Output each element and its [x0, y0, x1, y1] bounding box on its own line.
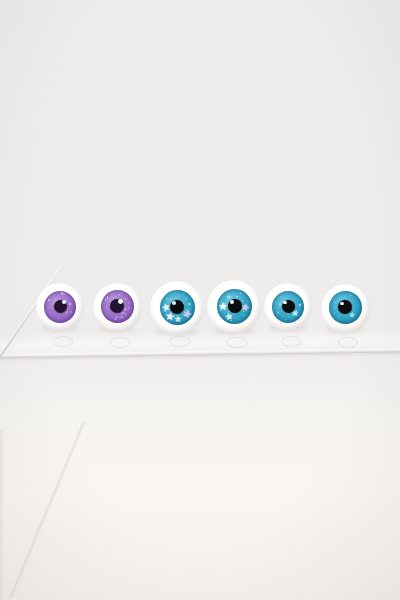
glitter-dot	[288, 316, 290, 318]
glitter-dot	[280, 296, 282, 298]
glitter-dot	[128, 307, 130, 309]
pupil-highlight	[230, 300, 234, 304]
glitter-dot	[125, 313, 126, 314]
glitter-dot	[240, 293, 241, 294]
glitter-dot	[350, 294, 352, 296]
glitter-dot	[188, 303, 190, 305]
eye-iris	[101, 290, 134, 323]
glitter-dot	[243, 314, 245, 316]
eye-iris: ★	[272, 291, 304, 323]
glitter-dot	[183, 294, 184, 295]
glitter-dot	[277, 311, 279, 313]
glitter-dot	[339, 316, 340, 317]
glitter-dot	[69, 303, 71, 305]
eye-iris: ★★★★	[217, 289, 252, 324]
eye-reflection	[53, 336, 73, 347]
glitter-dot	[290, 295, 291, 296]
glitter-dot	[335, 302, 336, 303]
glitter-dot	[238, 317, 239, 318]
glitter-dot	[285, 319, 286, 320]
glitter-dot	[48, 299, 50, 301]
star-sequin: ★	[223, 311, 234, 323]
eye-reflection	[338, 337, 359, 348]
glitter-dot	[54, 294, 55, 295]
glitter-dot	[279, 303, 281, 305]
doll-eye-4: ★★★★	[207, 280, 261, 334]
pupil-highlight	[118, 299, 123, 304]
glitter-dot	[291, 318, 292, 319]
glitter-dot	[122, 312, 124, 314]
glitter-dot	[63, 293, 65, 295]
glitter-dot	[172, 298, 173, 299]
doll-eye-6: ★	[321, 284, 370, 333]
glitter-dot	[236, 296, 238, 298]
doll-eye-5: ★	[264, 283, 312, 331]
glitter-dot	[354, 310, 355, 311]
glitter-dot	[175, 297, 176, 298]
glitter-dot	[120, 293, 122, 295]
glitter-dot	[116, 316, 118, 318]
eye-reflection	[169, 336, 192, 347]
glitter-dot	[236, 293, 237, 294]
doll-eyes-photo: ★★★★★★★★★★	[0, 0, 400, 600]
glitter-dot	[282, 315, 283, 316]
glitter-dot	[67, 311, 69, 313]
glitter-dot	[113, 297, 114, 298]
doll-eye-1	[36, 283, 84, 331]
eye-iris: ★★★★	[160, 290, 195, 325]
glitter-dot	[358, 304, 360, 306]
eye-iris: ★	[329, 291, 362, 324]
glitter-dot	[128, 302, 130, 304]
doll-eye-3: ★★★★	[150, 281, 204, 335]
eye-reflection	[110, 337, 131, 348]
glitter-dot	[105, 299, 107, 301]
doll-eye-2	[93, 283, 142, 332]
glitter-dot	[111, 293, 112, 294]
glitter-dot	[297, 299, 299, 301]
glitter-dot	[185, 298, 187, 300]
glitter-dot	[234, 317, 236, 319]
pupil-highlight	[172, 301, 176, 305]
glitter-dot	[275, 302, 276, 303]
glitter-dot	[115, 318, 116, 319]
glitter-dot	[334, 312, 335, 313]
eye-iris	[44, 291, 76, 323]
glitter-dot	[49, 307, 50, 308]
glitter-dot	[119, 317, 121, 319]
glitter-dot	[334, 307, 336, 309]
glitter-dot	[125, 307, 127, 309]
glitter-dot	[299, 304, 301, 306]
glitter-dot	[118, 294, 120, 296]
glitter-dot	[67, 309, 68, 310]
glitter-dot	[58, 318, 59, 319]
glitter-dot	[50, 297, 51, 298]
glitter-dot	[70, 311, 72, 313]
glitter-dot	[166, 298, 168, 300]
glitter-dot	[238, 319, 239, 320]
acrylic-left-vertical-edge	[0, 430, 4, 600]
glitter-dot	[337, 300, 338, 301]
glitter-dot	[125, 298, 127, 300]
star-sequin: ★	[348, 312, 355, 320]
glitter-dot	[121, 316, 123, 318]
glitter-dot	[178, 294, 180, 296]
glitter-dot	[106, 307, 107, 308]
glitter-dot	[170, 298, 172, 300]
glitter-dot	[107, 297, 109, 299]
eye-reflection	[226, 337, 249, 348]
eye-reflection	[281, 336, 301, 347]
